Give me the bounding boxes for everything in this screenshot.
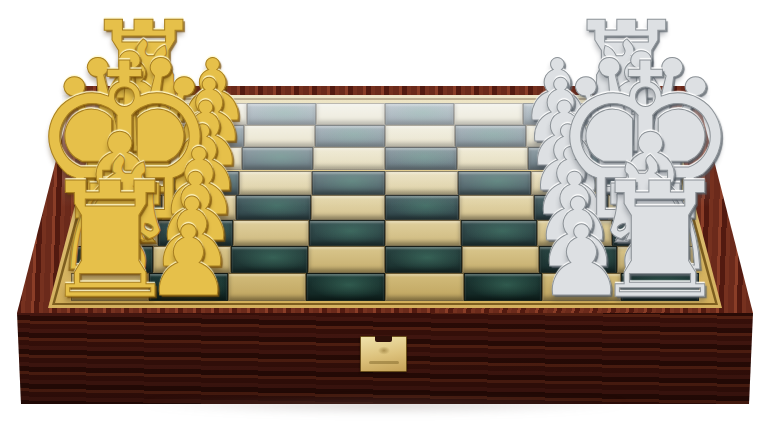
- piece-black-pawn: ♟: [524, 90, 604, 179]
- board-row: [82, 220, 689, 246]
- square: [528, 147, 600, 170]
- piece-white-pawn: ♟: [145, 213, 233, 311]
- case-drop-shadow: [40, 401, 730, 417]
- square: [309, 220, 385, 246]
- piece-black-pawn: ♟: [519, 48, 596, 134]
- square: [457, 147, 529, 170]
- square: [93, 171, 166, 195]
- square: [166, 171, 239, 195]
- square: [542, 273, 621, 301]
- board-row: [109, 103, 661, 125]
- piece-white-rook: ♜: [39, 162, 182, 321]
- piece-white-bishop: ♝: [70, 46, 199, 189]
- piece-black-pawn: ♟: [530, 137, 613, 230]
- square: [539, 246, 616, 273]
- square: [459, 195, 533, 220]
- square: [461, 220, 537, 246]
- board-row: [98, 147, 672, 170]
- square: [462, 246, 539, 273]
- square: [537, 220, 613, 246]
- square: [454, 103, 523, 125]
- piece-white-king: ♚: [28, 35, 222, 251]
- piece-white-pawn: ♟: [157, 137, 240, 230]
- square: [82, 220, 158, 246]
- piece-black-rook: ♜: [564, 4, 689, 144]
- square: [385, 273, 464, 301]
- square: [523, 103, 592, 125]
- square: [316, 103, 385, 125]
- square: [247, 103, 316, 125]
- piece-black-knight: ♞: [585, 137, 725, 293]
- square: [308, 246, 385, 273]
- piece-white-bishop: ♝: [52, 114, 188, 266]
- square: [385, 147, 457, 170]
- square: [87, 195, 161, 220]
- square: [174, 125, 244, 148]
- square: [178, 103, 247, 125]
- case-latch: [375, 336, 392, 342]
- square: [534, 195, 608, 220]
- square: [531, 171, 604, 195]
- square: [455, 125, 525, 148]
- square: [596, 125, 666, 148]
- piece-white-knight: ♞: [45, 137, 185, 293]
- piece-black-pawn: ♟: [538, 213, 626, 311]
- square: [612, 220, 688, 246]
- piece-black-knight: ♞: [567, 23, 695, 166]
- square: [385, 103, 454, 125]
- square: [162, 195, 236, 220]
- square: [104, 125, 174, 148]
- brass-plaque: [360, 336, 407, 372]
- piece-black-king: ♚: [549, 35, 743, 251]
- square: [315, 125, 385, 148]
- square: [526, 125, 596, 148]
- piece-white-pawn: ♟: [170, 69, 248, 156]
- piece-white-pawn: ♟: [149, 186, 235, 282]
- piece-black-pawn: ♟: [532, 161, 617, 255]
- square: [385, 195, 459, 220]
- square: [313, 147, 385, 170]
- piece-white-pawn: ♟: [174, 48, 251, 134]
- chess-set-photo: ♜♟♟♜♞♟♟♞♝♟♟♝♛♟♟♛♚♟♟♚♝♟♟♝♞♟♟♞♜♟♟♜: [0, 0, 770, 430]
- square: [153, 246, 230, 273]
- piece-black-bishop: ♝: [572, 46, 701, 189]
- square: [464, 273, 543, 301]
- piece-white-pawn: ♟: [162, 113, 243, 204]
- square: [312, 171, 385, 195]
- square: [458, 171, 531, 195]
- piece-black-bishop: ♝: [582, 114, 718, 266]
- square: [228, 273, 307, 301]
- board-row: [93, 171, 678, 195]
- square: [170, 147, 242, 170]
- square: [244, 125, 314, 148]
- piece-white-knight: ♞: [75, 23, 203, 166]
- square: [236, 195, 310, 220]
- square: [600, 147, 672, 170]
- piece-white-pawn: ♟: [166, 90, 246, 179]
- piece-white-rook: ♜: [81, 4, 206, 144]
- square: [233, 220, 309, 246]
- square: [306, 273, 385, 301]
- board-row: [87, 195, 683, 220]
- piece-white-pawn: ♟: [153, 161, 238, 255]
- square: [604, 171, 677, 195]
- far-edge-reflection-haze: [62, 95, 710, 207]
- piece-black-pawn: ♟: [527, 113, 608, 204]
- board-row: [71, 273, 700, 301]
- square: [385, 246, 462, 273]
- square: [71, 273, 150, 301]
- plaque-engraving-text: [369, 361, 399, 364]
- piece-black-pawn: ♟: [522, 69, 600, 156]
- square: [98, 147, 170, 170]
- square: [385, 220, 461, 246]
- piece-black-rook: ♜: [589, 162, 732, 321]
- square: [239, 171, 312, 195]
- square: [231, 246, 308, 273]
- square: [158, 220, 234, 246]
- square: [242, 147, 314, 170]
- square: [617, 246, 694, 273]
- square: [109, 103, 178, 125]
- board-row: [76, 246, 694, 273]
- board-row: [104, 125, 667, 148]
- square: [385, 125, 455, 148]
- square: [385, 171, 458, 195]
- square: [149, 273, 228, 301]
- square: [608, 195, 682, 220]
- square: [621, 273, 700, 301]
- piece-white-queen: ♛: [43, 29, 216, 223]
- square: [592, 103, 661, 125]
- piece-black-pawn: ♟: [535, 186, 621, 282]
- square: [76, 246, 153, 273]
- plaque-engraving-logo: [376, 345, 392, 356]
- piece-black-queen: ♛: [554, 29, 727, 223]
- square: [311, 195, 385, 220]
